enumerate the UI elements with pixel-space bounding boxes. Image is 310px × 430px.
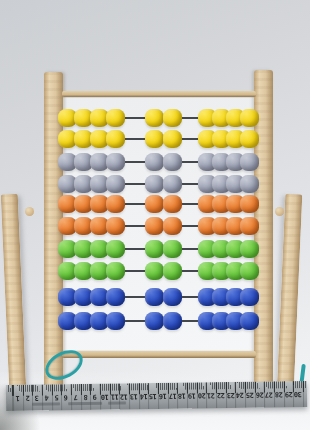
blue-bead[interactable] [163,312,182,330]
blue-bead[interactable] [145,312,164,330]
right-stand-leg [277,194,303,393]
orange-bead[interactable] [106,217,125,235]
gray-bead[interactable] [163,153,182,171]
blue-bead[interactable] [106,288,125,306]
yellow-bead[interactable] [106,109,125,127]
gray-bead[interactable] [163,175,182,193]
yellow-bead[interactable] [240,130,259,148]
orange-bead[interactable] [145,217,164,235]
orange-bead[interactable] [163,195,182,213]
blue-bead[interactable] [240,312,259,330]
gray-bead[interactable] [106,153,125,171]
orange-bead[interactable] [240,217,259,235]
left-stand-leg [1,194,27,391]
green-bead[interactable] [106,262,125,280]
green-bead[interactable] [106,240,125,258]
blue-bead[interactable] [163,288,182,306]
gray-bead[interactable] [240,153,259,171]
orange-bead[interactable] [163,217,182,235]
gray-bead[interactable] [145,153,164,171]
yellow-bead[interactable] [145,109,164,127]
gray-bead[interactable] [240,175,259,193]
ruler: 1234567891011121314151617181920212223242… [6,381,307,411]
green-bead[interactable] [163,240,182,258]
ruler-fine-print [108,401,126,404]
yellow-bead[interactable] [145,130,164,148]
yellow-bead[interactable] [240,109,259,127]
yellow-bead[interactable] [106,130,125,148]
orange-bead[interactable] [106,195,125,213]
ruler-number: 30 [292,390,304,398]
gray-bead[interactable] [106,175,125,193]
photo-scene: 1234567891011121314151617181920212223242… [0,0,310,430]
left-pivot-peg [25,207,34,216]
green-bead[interactable] [240,240,259,258]
ruler-fine-print [68,402,102,405]
right-pivot-peg [275,207,284,216]
blue-bead[interactable] [106,312,125,330]
green-bead[interactable] [163,262,182,280]
green-bead[interactable] [145,240,164,258]
blue-bead[interactable] [240,288,259,306]
bottom-rail [62,351,256,358]
green-bead[interactable] [240,262,259,280]
orange-bead[interactable] [240,195,259,213]
corner-shadow [0,378,44,430]
gray-bead[interactable] [145,175,164,193]
top-rail [62,91,256,97]
blue-bead[interactable] [145,288,164,306]
orange-bead[interactable] [145,195,164,213]
yellow-bead[interactable] [163,109,182,127]
yellow-bead[interactable] [163,130,182,148]
green-bead[interactable] [145,262,164,280]
